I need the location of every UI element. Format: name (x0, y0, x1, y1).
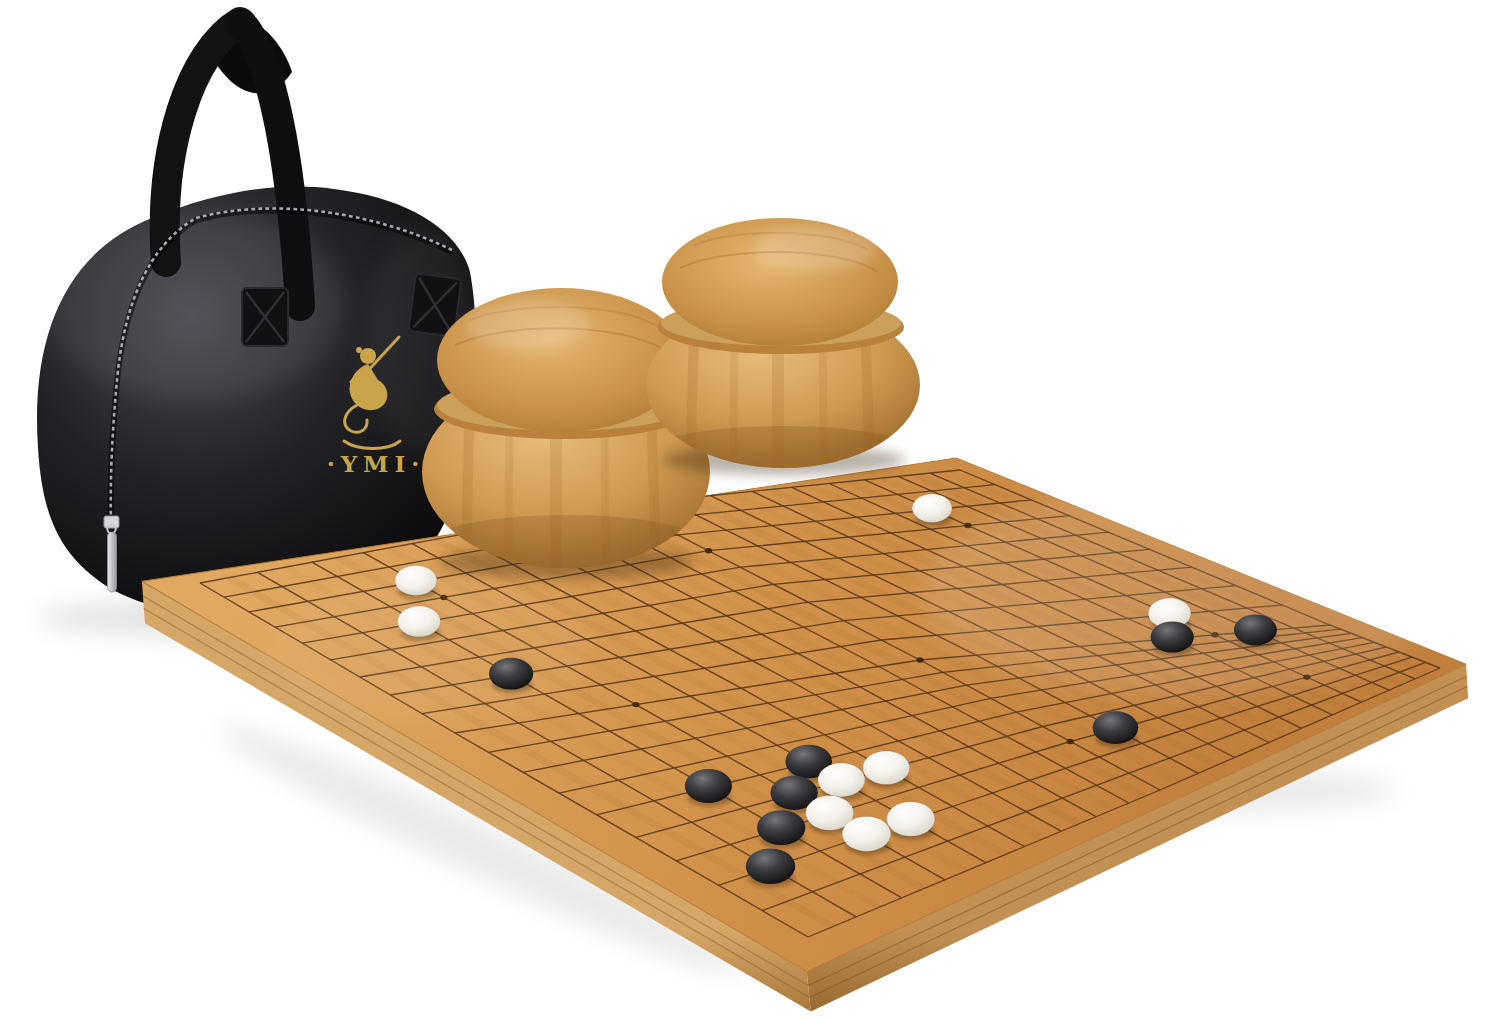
stone-black-C6[interactable] (685, 769, 732, 806)
stone-white-C15[interactable] (398, 606, 441, 640)
go-set-product-scene: ·YMI· (0, 0, 1500, 1020)
stone-black-C12[interactable] (489, 658, 533, 693)
star-point (705, 548, 712, 553)
carrying-bag: ·YMI· (37, 20, 485, 619)
star-point (916, 657, 923, 662)
strap-stitch-patch-left (242, 288, 288, 346)
board-sheen (920, 487, 1440, 697)
star-point (632, 702, 639, 707)
star-point (1067, 739, 1074, 744)
bag-brand-text: ·YMI· (327, 450, 426, 477)
stone-black-L4[interactable] (1093, 711, 1139, 747)
scene-canvas: ·YMI· (0, 0, 1500, 1020)
stone-black-P10[interactable] (1151, 621, 1194, 655)
stone-white-Q17[interactable] (912, 494, 952, 526)
stone-white-D17[interactable] (395, 565, 437, 598)
stone-black-C4[interactable] (757, 810, 805, 848)
board-sheen-left (270, 575, 590, 725)
right-bowl (646, 218, 920, 478)
stone-white-E3[interactable] (887, 802, 935, 840)
stone-white-D3[interactable] (842, 816, 891, 854)
star-point (964, 523, 971, 528)
stone-black-R10[interactable] (1234, 614, 1277, 648)
stone-white-F5[interactable] (863, 751, 910, 788)
stone-white-E5[interactable] (818, 763, 865, 800)
stone-black-B3[interactable] (746, 848, 795, 887)
